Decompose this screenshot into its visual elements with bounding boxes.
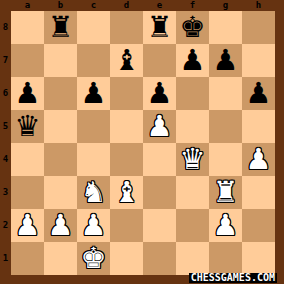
square-b3[interactable] xyxy=(44,176,77,209)
file-label-c: c xyxy=(77,0,110,11)
square-e6[interactable]: ♟ xyxy=(143,77,176,110)
square-g4[interactable] xyxy=(209,143,242,176)
square-c6[interactable]: ♟ xyxy=(77,77,110,110)
square-e5[interactable]: ♟ xyxy=(143,110,176,143)
square-f5[interactable] xyxy=(176,110,209,143)
square-c2[interactable]: ♟ xyxy=(77,209,110,242)
square-f2[interactable] xyxy=(176,209,209,242)
square-a8[interactable] xyxy=(11,11,44,44)
square-a6[interactable]: ♟ xyxy=(11,77,44,110)
square-d1[interactable] xyxy=(110,242,143,275)
square-c1[interactable]: ♚ xyxy=(77,242,110,275)
square-h6[interactable]: ♟ xyxy=(242,77,275,110)
square-f1[interactable] xyxy=(176,242,209,275)
square-h7[interactable] xyxy=(242,44,275,77)
square-e2[interactable] xyxy=(143,209,176,242)
square-c5[interactable] xyxy=(77,110,110,143)
square-e4[interactable] xyxy=(143,143,176,176)
square-e7[interactable] xyxy=(143,44,176,77)
square-f7[interactable]: ♟ xyxy=(176,44,209,77)
square-b1[interactable] xyxy=(44,242,77,275)
rank-label-4: 4 xyxy=(0,143,11,176)
white-pawn[interactable]: ♟ xyxy=(213,211,239,240)
square-g5[interactable] xyxy=(209,110,242,143)
square-f6[interactable] xyxy=(176,77,209,110)
square-g6[interactable] xyxy=(209,77,242,110)
file-label-g: g xyxy=(209,0,242,11)
square-h5[interactable] xyxy=(242,110,275,143)
square-h2[interactable] xyxy=(242,209,275,242)
white-pawn[interactable]: ♟ xyxy=(81,211,107,240)
square-c7[interactable] xyxy=(77,44,110,77)
square-e8[interactable]: ♜ xyxy=(143,11,176,44)
white-bishop[interactable]: ♝ xyxy=(114,178,140,207)
square-f3[interactable] xyxy=(176,176,209,209)
rank-labels-left: 87654321 xyxy=(0,11,11,275)
rank-label-8: 8 xyxy=(0,11,11,44)
square-b4[interactable] xyxy=(44,143,77,176)
file-label-h: h xyxy=(242,0,275,11)
square-b2[interactable]: ♟ xyxy=(44,209,77,242)
square-g3[interactable]: ♜ xyxy=(209,176,242,209)
square-a5[interactable]: ♛ xyxy=(11,110,44,143)
square-c3[interactable]: ♞ xyxy=(77,176,110,209)
chess-board: ♜♜♚♝♟♟♟♟♟♟♛♟♛♟♞♝♜♟♟♟♟♚ xyxy=(11,11,275,275)
square-e3[interactable] xyxy=(143,176,176,209)
square-f8[interactable]: ♚ xyxy=(176,11,209,44)
square-a4[interactable] xyxy=(11,143,44,176)
square-d8[interactable] xyxy=(110,11,143,44)
black-bishop[interactable]: ♝ xyxy=(114,46,140,75)
square-g8[interactable] xyxy=(209,11,242,44)
white-king[interactable]: ♚ xyxy=(81,244,107,273)
black-rook[interactable]: ♜ xyxy=(48,13,74,42)
rank-label-5: 5 xyxy=(0,110,11,143)
chess-diagram: abcdefgh 87654321 ♜♜♚♝♟♟♟♟♟♟♛♟♛♟♞♝♜♟♟♟♟♚… xyxy=(0,0,284,284)
black-pawn[interactable]: ♟ xyxy=(147,79,173,108)
square-b6[interactable] xyxy=(44,77,77,110)
white-queen[interactable]: ♛ xyxy=(180,145,206,174)
square-d6[interactable] xyxy=(110,77,143,110)
square-c4[interactable] xyxy=(77,143,110,176)
square-a3[interactable] xyxy=(11,176,44,209)
black-pawn[interactable]: ♟ xyxy=(246,79,272,108)
square-d4[interactable] xyxy=(110,143,143,176)
black-pawn[interactable]: ♟ xyxy=(180,46,206,75)
square-a1[interactable] xyxy=(11,242,44,275)
square-h3[interactable] xyxy=(242,176,275,209)
square-b8[interactable]: ♜ xyxy=(44,11,77,44)
square-c8[interactable] xyxy=(77,11,110,44)
white-pawn[interactable]: ♟ xyxy=(15,211,41,240)
square-g1[interactable] xyxy=(209,242,242,275)
black-queen[interactable]: ♛ xyxy=(15,112,41,141)
square-a2[interactable]: ♟ xyxy=(11,209,44,242)
black-pawn[interactable]: ♟ xyxy=(15,79,41,108)
black-king[interactable]: ♚ xyxy=(180,13,206,42)
white-pawn[interactable]: ♟ xyxy=(246,145,272,174)
square-d5[interactable] xyxy=(110,110,143,143)
square-h1[interactable] xyxy=(242,242,275,275)
square-e1[interactable] xyxy=(143,242,176,275)
rank-label-1: 1 xyxy=(0,242,11,275)
rank-label-2: 2 xyxy=(0,209,11,242)
site-watermark: CHESSGAMES.COM xyxy=(189,273,277,283)
square-b5[interactable] xyxy=(44,110,77,143)
square-h4[interactable]: ♟ xyxy=(242,143,275,176)
black-rook[interactable]: ♜ xyxy=(147,13,173,42)
black-pawn[interactable]: ♟ xyxy=(81,79,107,108)
square-f4[interactable]: ♛ xyxy=(176,143,209,176)
rank-label-6: 6 xyxy=(0,77,11,110)
white-knight[interactable]: ♞ xyxy=(81,178,107,207)
square-h8[interactable] xyxy=(242,11,275,44)
square-g2[interactable]: ♟ xyxy=(209,209,242,242)
rank-label-7: 7 xyxy=(0,44,11,77)
square-d3[interactable]: ♝ xyxy=(110,176,143,209)
file-label-a: a xyxy=(11,0,44,11)
white-rook[interactable]: ♜ xyxy=(213,178,239,207)
square-d7[interactable]: ♝ xyxy=(110,44,143,77)
square-d2[interactable] xyxy=(110,209,143,242)
square-a7[interactable] xyxy=(11,44,44,77)
white-pawn[interactable]: ♟ xyxy=(147,112,173,141)
square-b7[interactable] xyxy=(44,44,77,77)
file-label-d: d xyxy=(110,0,143,11)
square-g7[interactable]: ♟ xyxy=(209,44,242,77)
rank-label-3: 3 xyxy=(0,176,11,209)
white-pawn[interactable]: ♟ xyxy=(48,211,74,240)
black-pawn[interactable]: ♟ xyxy=(213,46,239,75)
